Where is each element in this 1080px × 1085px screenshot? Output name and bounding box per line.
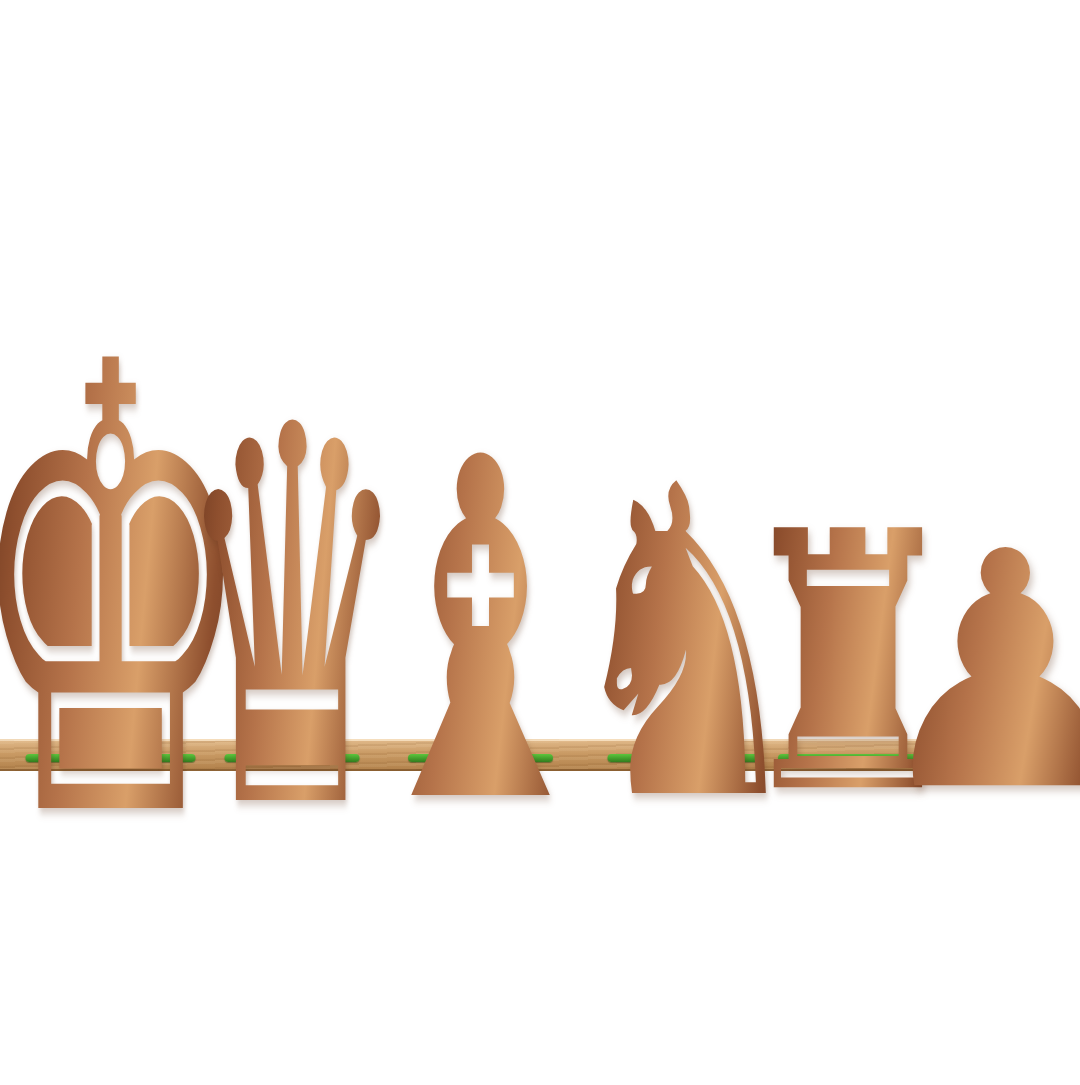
piece-bishop: ♝ [386, 420, 575, 758]
product-photo: ♚♛♝♞♜♟ [0, 0, 1080, 1085]
pieces-row: ♚♛♝♞♜♟ [0, 0, 1080, 1085]
pawn-glyph: ♟ [866, 509, 1080, 835]
piece-pawn: ♟ [921, 523, 1080, 758]
